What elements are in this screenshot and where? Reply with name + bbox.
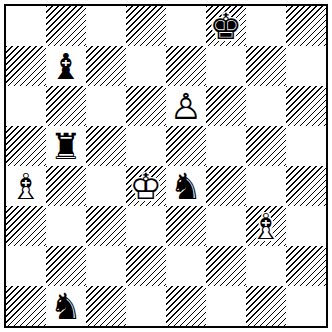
square-d6[interactable] <box>126 86 166 126</box>
square-c2[interactable] <box>86 246 126 286</box>
square-f2[interactable] <box>206 246 246 286</box>
square-c1[interactable] <box>86 286 126 326</box>
square-h5[interactable] <box>286 126 326 166</box>
square-h1[interactable] <box>286 286 326 326</box>
square-h7[interactable] <box>286 46 326 86</box>
square-f4[interactable] <box>206 166 246 206</box>
black-king: ♚ <box>206 6 246 46</box>
square-f7[interactable] <box>206 46 246 86</box>
black-knight-icon: ♞ <box>166 166 206 206</box>
black-knight: ♞ <box>166 166 206 206</box>
square-f1[interactable] <box>206 286 246 326</box>
square-a7[interactable] <box>6 46 46 86</box>
white-bishop-icon: ♗ <box>6 166 46 206</box>
square-a5[interactable] <box>6 126 46 166</box>
square-g2[interactable] <box>246 246 286 286</box>
square-b6[interactable] <box>46 86 86 126</box>
black-bishop: ♝ <box>46 46 86 86</box>
square-g4[interactable] <box>246 166 286 206</box>
square-b7[interactable]: ♝ <box>46 46 86 86</box>
square-d5[interactable] <box>126 126 166 166</box>
black-bishop-icon: ♝ <box>46 46 86 86</box>
white-bishop-icon: ♗ <box>246 206 286 246</box>
white-pawn: ♟♙ <box>166 86 206 126</box>
square-a6[interactable] <box>6 86 46 126</box>
square-h8[interactable] <box>286 6 326 46</box>
white-king-icon: ♔ <box>126 166 166 206</box>
square-c6[interactable] <box>86 86 126 126</box>
square-e8[interactable] <box>166 6 206 46</box>
square-b1[interactable]: ♞ <box>46 286 86 326</box>
square-b3[interactable] <box>46 206 86 246</box>
square-f3[interactable] <box>206 206 246 246</box>
square-a2[interactable] <box>6 246 46 286</box>
square-d4[interactable]: ♚♔ <box>126 166 166 206</box>
square-d8[interactable] <box>126 6 166 46</box>
square-g6[interactable] <box>246 86 286 126</box>
chess-diagram: ♚♝♟♙♜♝♗♚♔♞♝♗♞ <box>0 0 332 332</box>
square-h3[interactable] <box>286 206 326 246</box>
square-f5[interactable] <box>206 126 246 166</box>
black-rook: ♜ <box>46 126 86 166</box>
square-b8[interactable] <box>46 6 86 46</box>
square-b5[interactable]: ♜ <box>46 126 86 166</box>
square-c4[interactable] <box>86 166 126 206</box>
square-d1[interactable] <box>126 286 166 326</box>
square-h4[interactable] <box>286 166 326 206</box>
white-king: ♚♔ <box>126 166 166 206</box>
square-b2[interactable] <box>46 246 86 286</box>
chessboard: ♚♝♟♙♜♝♗♚♔♞♝♗♞ <box>6 6 326 326</box>
square-f8[interactable]: ♚ <box>206 6 246 46</box>
square-g8[interactable] <box>246 6 286 46</box>
square-h2[interactable] <box>286 246 326 286</box>
square-d7[interactable] <box>126 46 166 86</box>
square-e6[interactable]: ♟♙ <box>166 86 206 126</box>
square-c8[interactable] <box>86 6 126 46</box>
square-h6[interactable] <box>286 86 326 126</box>
square-a1[interactable] <box>6 286 46 326</box>
square-b4[interactable] <box>46 166 86 206</box>
black-knight: ♞ <box>46 286 86 326</box>
square-e3[interactable] <box>166 206 206 246</box>
white-bishop: ♝♗ <box>6 166 46 206</box>
white-bishop: ♝♗ <box>246 206 286 246</box>
square-d3[interactable] <box>126 206 166 246</box>
square-a3[interactable] <box>6 206 46 246</box>
square-e1[interactable] <box>166 286 206 326</box>
white-pawn-icon: ♙ <box>166 86 206 126</box>
square-c5[interactable] <box>86 126 126 166</box>
square-c3[interactable] <box>86 206 126 246</box>
square-e7[interactable] <box>166 46 206 86</box>
square-g7[interactable] <box>246 46 286 86</box>
square-c7[interactable] <box>86 46 126 86</box>
square-a4[interactable]: ♝♗ <box>6 166 46 206</box>
square-d2[interactable] <box>126 246 166 286</box>
square-g1[interactable] <box>246 286 286 326</box>
black-knight-icon: ♞ <box>46 286 86 326</box>
board-frame: ♚♝♟♙♜♝♗♚♔♞♝♗♞ <box>4 4 328 328</box>
square-e4[interactable]: ♞ <box>166 166 206 206</box>
black-rook-icon: ♜ <box>46 126 86 166</box>
square-e2[interactable] <box>166 246 206 286</box>
square-e5[interactable] <box>166 126 206 166</box>
black-king-icon: ♚ <box>206 6 246 46</box>
square-a8[interactable] <box>6 6 46 46</box>
square-f6[interactable] <box>206 86 246 126</box>
square-g3[interactable]: ♝♗ <box>246 206 286 246</box>
square-g5[interactable] <box>246 126 286 166</box>
